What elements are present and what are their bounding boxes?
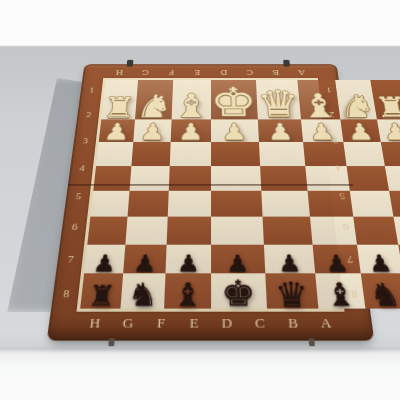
square-e4[interactable]: [211, 166, 262, 191]
file-labels-top: HGFEDCBA: [106, 66, 315, 76]
square-b3[interactable]: [343, 142, 385, 166]
piece-black-king-e8[interactable]: ♚: [221, 276, 257, 311]
coordinate-label: 2: [329, 111, 335, 119]
coordinate-label: D: [211, 316, 244, 335]
piece-black-pawn-b7[interactable]: ♟: [367, 252, 394, 275]
square-b8[interactable]: ♞: [360, 273, 400, 308]
square-e5[interactable]: [211, 191, 263, 217]
square-g7[interactable]: ♟: [123, 244, 167, 273]
coordinate-label: G: [132, 66, 159, 76]
square-f2[interactable]: ♟: [171, 119, 211, 142]
piece-black-pawn-d7[interactable]: ♟: [277, 252, 302, 275]
coordinate-label: 3: [82, 136, 88, 144]
coordinate-label: A: [309, 316, 344, 335]
square-d5[interactable]: [261, 191, 310, 217]
square-d1[interactable]: ♛: [256, 80, 302, 119]
piece-white-bishop-f1[interactable]: ♝: [172, 89, 211, 122]
piece-white-pawn-d2[interactable]: ♟: [267, 121, 294, 144]
square-d7[interactable]: ♟: [264, 244, 316, 273]
piece-white-pawn-e2[interactable]: ♟: [221, 121, 247, 144]
square-d2[interactable]: ♟: [258, 119, 304, 142]
square-h3[interactable]: [96, 142, 133, 166]
coordinate-label: 4: [79, 163, 86, 172]
piece-white-pawn-f2[interactable]: ♟: [178, 121, 204, 144]
coordinate-label: 1: [89, 86, 95, 94]
coordinate-label: 8: [63, 288, 70, 299]
piece-white-rook-a1[interactable]: ♜: [373, 93, 400, 122]
square-f4[interactable]: [169, 166, 210, 191]
square-g5[interactable]: [127, 191, 169, 217]
piece-white-pawn-h2[interactable]: ♟: [103, 121, 131, 144]
square-f8[interactable]: ♝: [164, 273, 210, 308]
square-g1[interactable]: ♞: [135, 80, 174, 119]
square-h8[interactable]: ♜: [80, 273, 123, 308]
piece-white-pawn-g2[interactable]: ♟: [139, 121, 166, 144]
piece-white-pawn-a2[interactable]: ♟: [382, 121, 400, 144]
coordinate-label: 6: [71, 222, 78, 232]
piece-black-queen-d8[interactable]: ♛: [274, 277, 310, 311]
coordinate-label: C: [243, 316, 277, 335]
piece-black-knight-b8[interactable]: ♞: [368, 280, 400, 312]
piece-white-rook-h1[interactable]: ♜: [101, 93, 137, 122]
coordinate-label: 5: [339, 192, 346, 201]
piece-black-bishop-f8[interactable]: ♝: [172, 280, 203, 312]
piece-black-pawn-e7[interactable]: ♟: [226, 252, 250, 275]
square-h1[interactable]: ♜: [101, 80, 138, 119]
squares: ♜♞♝♚♛♝♞♜♟♟♟♟♟♟♟♟♟♟♟♟♟♟♟♟♜♞♝♚♛♝♞♜: [80, 80, 341, 308]
coordinate-label: 8: [351, 288, 358, 299]
square-g2[interactable]: ♟: [133, 119, 172, 142]
clasp-icon: [309, 338, 315, 346]
square-e2[interactable]: ♟: [211, 119, 259, 142]
coordinate-label: 7: [67, 254, 74, 264]
square-e3[interactable]: [211, 142, 260, 166]
clasp-icon: [108, 338, 114, 346]
coordinate-label: 4: [336, 163, 343, 172]
square-b7[interactable]: ♟: [357, 244, 400, 273]
square-b5[interactable]: [349, 191, 393, 217]
square-b2[interactable]: ♟: [340, 119, 381, 142]
square-h4[interactable]: [93, 166, 131, 191]
piece-white-pawn-b2[interactable]: ♟: [346, 121, 375, 144]
square-f5[interactable]: [168, 191, 211, 217]
square-e7[interactable]: ♟: [211, 244, 265, 273]
square-f6[interactable]: [167, 217, 211, 244]
coordinate-label: H: [106, 66, 133, 76]
square-g4[interactable]: [129, 166, 170, 191]
square-h7[interactable]: ♟: [84, 244, 125, 273]
coordinate-label: 5: [75, 192, 82, 201]
square-e6[interactable]: [211, 217, 264, 244]
coordinate-label: A: [288, 66, 315, 76]
piece-white-knight-g1[interactable]: ♞: [135, 91, 173, 122]
square-d3[interactable]: [259, 142, 306, 166]
coordinate-label: D: [211, 66, 237, 76]
square-b6[interactable]: [353, 217, 398, 244]
coordinate-label: E: [184, 66, 210, 76]
piece-black-pawn-f7[interactable]: ♟: [176, 252, 200, 275]
square-d8[interactable]: ♛: [265, 273, 319, 308]
piece-white-king-e1[interactable]: ♚: [211, 83, 258, 123]
square-f1[interactable]: ♝: [172, 80, 211, 119]
piece-black-pawn-h7[interactable]: ♟: [92, 252, 117, 275]
coordinate-label: 7: [347, 254, 354, 264]
square-f3[interactable]: [170, 142, 211, 166]
coordinate-label: G: [111, 316, 145, 335]
coordinate-label: B: [262, 66, 289, 76]
square-h5[interactable]: [90, 191, 129, 217]
square-b4[interactable]: [346, 166, 389, 191]
coordinate-label: F: [144, 316, 178, 335]
coordinate-label: E: [177, 316, 210, 335]
coordinate-label: 6: [343, 222, 350, 232]
square-e8[interactable]: ♚: [211, 273, 267, 308]
coordinate-label: B: [276, 316, 310, 335]
piece-white-knight-b1[interactable]: ♞: [336, 91, 377, 122]
coordinate-label: 1: [326, 86, 332, 94]
coordinate-label: F: [158, 66, 184, 76]
coordinate-label: H: [77, 316, 112, 335]
square-g6[interactable]: [125, 217, 168, 244]
coordinate-label: 2: [86, 111, 92, 119]
playing-field: ♜♞♝♚♛♝♞♜♟♟♟♟♟♟♟♟♟♟♟♟♟♟♟♟♜♞♝♚♛♝♞♜: [76, 78, 344, 312]
file-labels-bottom: HGFEDCBA: [77, 316, 344, 335]
square-h2[interactable]: ♟: [99, 119, 135, 142]
square-g3[interactable]: [131, 142, 171, 166]
piece-white-queen-d1[interactable]: ♛: [256, 86, 302, 123]
square-g8[interactable]: ♞: [120, 273, 166, 308]
square-f7[interactable]: ♟: [166, 244, 211, 273]
coordinate-label: C: [236, 66, 262, 76]
square-h6[interactable]: [87, 217, 127, 244]
piece-black-pawn-g7[interactable]: ♟: [133, 252, 157, 275]
square-a2[interactable]: ♟: [377, 119, 400, 142]
square-e1[interactable]: ♚: [211, 80, 258, 119]
square-a3[interactable]: [381, 142, 400, 166]
coordinate-label: 3: [332, 136, 338, 144]
photo-background: HGFEDCBA HGFEDCBA 12345678 12345678 ♜♞♝♚…: [0, 0, 400, 400]
square-d6[interactable]: [262, 217, 313, 244]
square-d4[interactable]: [260, 166, 308, 191]
piece-black-rook-h8[interactable]: ♜: [86, 282, 116, 311]
piece-black-knight-g8[interactable]: ♞: [127, 280, 160, 312]
chess-board: HGFEDCBA HGFEDCBA 12345678 12345678 ♜♞♝♚…: [47, 64, 375, 340]
